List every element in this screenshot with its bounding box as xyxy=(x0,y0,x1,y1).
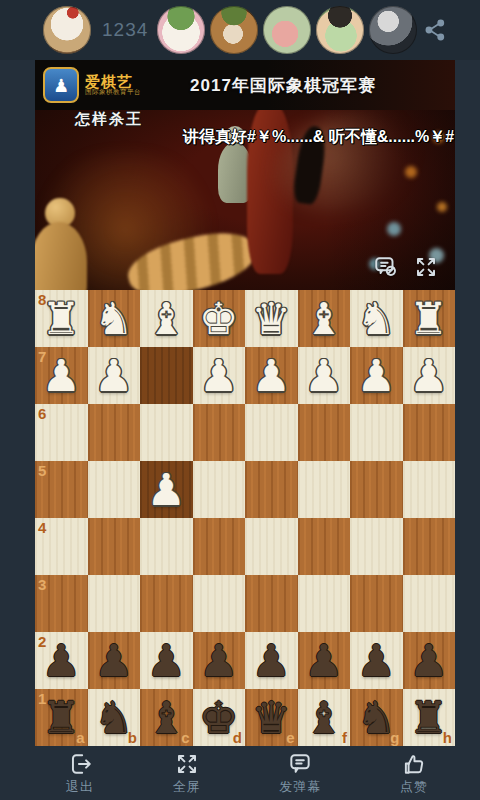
square-b1: b♞ xyxy=(88,689,141,746)
white-rook: ♜ xyxy=(42,297,81,341)
send-danmaku-label: 发弹幕 xyxy=(279,778,321,796)
bokeh-dot xyxy=(405,166,417,178)
logo-pawn-icon: ♟ xyxy=(43,67,79,103)
square-b8: ♞ xyxy=(88,290,141,347)
video-banner: ♟ 爱棋艺 国际象棋教育平台 2017年国际象棋冠军赛 xyxy=(35,60,455,110)
square-a7: 7♟ xyxy=(35,347,88,404)
exit-label: 退出 xyxy=(66,778,94,796)
black-pawn: ♟ xyxy=(42,639,81,683)
square-a2: 2♟ xyxy=(35,632,88,689)
send-danmaku-button[interactable]: 发弹幕 xyxy=(279,751,321,796)
square-b3 xyxy=(88,575,141,632)
video-fullscreen-icon[interactable] xyxy=(413,254,439,280)
square-e4 xyxy=(245,518,298,575)
danmaku-off-icon[interactable] xyxy=(373,254,399,280)
square-h1: h♜ xyxy=(403,689,456,746)
white-pawn: ♟ xyxy=(42,354,81,398)
square-c6 xyxy=(140,404,193,461)
fullscreen-button[interactable]: 全屏 xyxy=(173,751,201,796)
lesson-caption: 怎样杀王 xyxy=(75,110,143,129)
avatar-robot[interactable] xyxy=(369,6,417,54)
white-pawn: ♟ xyxy=(147,468,186,512)
fullscreen-label: 全屏 xyxy=(173,778,201,796)
white-pawn: ♟ xyxy=(199,354,238,398)
black-pawn: ♟ xyxy=(409,639,448,683)
file-label-b: b xyxy=(128,729,137,746)
file-label-c: c xyxy=(181,729,189,746)
square-a3: 3 xyxy=(35,575,88,632)
black-pawn: ♟ xyxy=(252,639,291,683)
square-f5 xyxy=(298,461,351,518)
black-queen: ♛ xyxy=(252,696,291,740)
square-e7: ♟ xyxy=(245,347,298,404)
black-rook: ♜ xyxy=(42,696,81,740)
top-bar: 1234 xyxy=(0,0,480,60)
black-bishop: ♝ xyxy=(147,696,186,740)
square-g2: ♟ xyxy=(350,632,403,689)
square-f1: f♝ xyxy=(298,689,351,746)
black-bishop: ♝ xyxy=(304,696,343,740)
square-d4 xyxy=(193,518,246,575)
square-d2: ♟ xyxy=(193,632,246,689)
square-g1: g♞ xyxy=(350,689,403,746)
square-g8: ♞ xyxy=(350,290,403,347)
white-pawn: ♟ xyxy=(94,354,133,398)
bokeh-dot xyxy=(437,202,447,212)
square-d8: ♚ xyxy=(193,290,246,347)
square-e6 xyxy=(245,404,298,461)
square-c5: ♟ xyxy=(140,461,193,518)
rank-label-8: 8 xyxy=(38,291,46,308)
black-pawn: ♟ xyxy=(304,639,343,683)
white-knight: ♞ xyxy=(357,297,396,341)
square-c1: c♝ xyxy=(140,689,193,746)
square-c2: ♟ xyxy=(140,632,193,689)
rank-label-7: 7 xyxy=(38,348,46,365)
square-h2: ♟ xyxy=(403,632,456,689)
square-g3 xyxy=(350,575,403,632)
rank-label-4: 4 xyxy=(38,519,46,536)
rank-label-3: 3 xyxy=(38,576,46,593)
square-h7: ♟ xyxy=(403,347,456,404)
exit-icon xyxy=(67,751,93,777)
black-pawn: ♟ xyxy=(199,639,238,683)
rank-label-6: 6 xyxy=(38,405,46,422)
file-label-e: e xyxy=(286,729,294,746)
square-e8: ♛ xyxy=(245,290,298,347)
white-rook: ♜ xyxy=(409,297,448,341)
file-label-d: d xyxy=(233,729,242,746)
square-e1: e♛ xyxy=(245,689,298,746)
like-button[interactable]: 点赞 xyxy=(400,751,428,796)
black-pawn: ♟ xyxy=(357,639,396,683)
content-stage: ♟ 爱棋艺 国际象棋教育平台 2017年国际象棋冠军赛 xyxy=(0,60,480,746)
white-knight: ♞ xyxy=(94,297,133,341)
square-c8: ♝ xyxy=(140,290,193,347)
chess-board: 8♜♞♝♚♛♝♞♜7♟♟♟♟♟♟♟65♟432♟♟♟♟♟♟♟♟1a♜b♞c♝d♚… xyxy=(35,290,455,746)
square-b7: ♟ xyxy=(88,347,141,404)
square-c4 xyxy=(140,518,193,575)
square-d6 xyxy=(193,404,246,461)
square-g5 xyxy=(350,461,403,518)
white-pawn: ♟ xyxy=(252,354,291,398)
thumbs-up-icon xyxy=(401,751,427,777)
square-h3 xyxy=(403,575,456,632)
exit-button[interactable]: 退出 xyxy=(66,751,94,796)
square-h5 xyxy=(403,461,456,518)
square-e3 xyxy=(245,575,298,632)
square-h6 xyxy=(403,404,456,461)
square-g6 xyxy=(350,404,403,461)
square-g4 xyxy=(350,518,403,575)
square-f2: ♟ xyxy=(298,632,351,689)
bokeh-dot xyxy=(387,222,401,236)
square-f7: ♟ xyxy=(298,347,351,404)
white-queen: ♛ xyxy=(252,297,291,341)
file-label-a: a xyxy=(76,729,84,746)
black-pawn: ♟ xyxy=(94,639,133,683)
avatar-pig[interactable] xyxy=(263,6,311,54)
danmaku-comment: 讲得真好#￥%......& 听不懂&......%￥# xyxy=(183,127,454,148)
rank-label-5: 5 xyxy=(38,462,46,479)
fullscreen-icon xyxy=(174,751,200,777)
rank-label-2: 2 xyxy=(38,633,46,650)
square-d7: ♟ xyxy=(193,347,246,404)
square-f3 xyxy=(298,575,351,632)
square-e2: ♟ xyxy=(245,632,298,689)
square-b2: ♟ xyxy=(88,632,141,689)
square-a6: 6 xyxy=(35,404,88,461)
share-icon[interactable] xyxy=(422,16,448,44)
square-f8: ♝ xyxy=(298,290,351,347)
logo-subtitle: 国际象棋教育平台 xyxy=(85,89,141,96)
avatar-squirrel[interactable] xyxy=(210,6,258,54)
avatar-boy[interactable] xyxy=(316,6,364,54)
square-d5 xyxy=(193,461,246,518)
square-b6 xyxy=(88,404,141,461)
logo-title: 爱棋艺 xyxy=(85,74,141,90)
file-label-g: g xyxy=(390,729,399,746)
file-label-h: h xyxy=(443,729,452,746)
app-screen: 1234 ♟ 爱棋艺 国际象棋教育平台 2017年国际象棋冠军赛 xyxy=(0,0,480,800)
square-d1: d♚ xyxy=(193,689,246,746)
square-a1: 1a♜ xyxy=(35,689,88,746)
square-a4: 4 xyxy=(35,518,88,575)
white-pawn: ♟ xyxy=(409,354,448,398)
square-d3 xyxy=(193,575,246,632)
rank-label-1: 1 xyxy=(38,690,46,707)
app-logo: ♟ 爱棋艺 国际象棋教育平台 xyxy=(43,67,141,103)
bottom-toolbar: 退出 全屏 发弹幕 xyxy=(0,746,480,800)
white-bishop: ♝ xyxy=(304,297,343,341)
white-king: ♚ xyxy=(199,297,238,341)
square-g7: ♟ xyxy=(350,347,403,404)
square-h8: ♜ xyxy=(403,290,456,347)
square-a5: 5 xyxy=(35,461,88,518)
square-e5 xyxy=(245,461,298,518)
avatar-cat-kimono[interactable] xyxy=(43,6,91,54)
square-c3 xyxy=(140,575,193,632)
viewer-count: 1234 xyxy=(102,19,148,41)
danmaku-bubble-icon xyxy=(287,751,313,777)
white-bishop: ♝ xyxy=(147,297,186,341)
avatar-rabbit[interactable] xyxy=(157,6,205,54)
square-h4 xyxy=(403,518,456,575)
black-pawn: ♟ xyxy=(147,639,186,683)
like-label: 点赞 xyxy=(400,778,428,796)
square-f6 xyxy=(298,404,351,461)
square-f4 xyxy=(298,518,351,575)
square-c7 xyxy=(140,347,193,404)
lesson-title: 2017年国际象棋冠军赛 xyxy=(190,74,406,97)
square-a8: 8♜ xyxy=(35,290,88,347)
square-b5 xyxy=(88,461,141,518)
video-player[interactable]: 怎样杀王 讲得真好#￥%......& 听不懂&......%￥# xyxy=(35,110,455,290)
file-label-f: f xyxy=(342,729,347,746)
white-pawn: ♟ xyxy=(304,354,343,398)
white-pawn: ♟ xyxy=(357,354,396,398)
square-b4 xyxy=(88,518,141,575)
